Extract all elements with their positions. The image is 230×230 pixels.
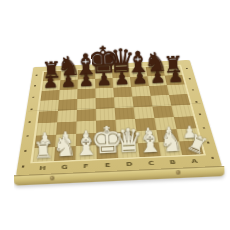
piece-wR: ♜ bbox=[26, 111, 57, 162]
rank-dot bbox=[185, 68, 188, 69]
piece-wR: ♜ bbox=[176, 105, 207, 156]
piece-wN: ♞ bbox=[48, 110, 79, 161]
rank-dot bbox=[188, 78, 191, 79]
piece-wK: ♚ bbox=[91, 108, 122, 159]
hinge-knob bbox=[50, 176, 55, 181]
rank-dot bbox=[195, 101, 198, 103]
rank-dot bbox=[34, 85, 37, 86]
hinge-knob bbox=[176, 170, 181, 175]
product-photo: HGFEDCBA ♜♞♝♚♛♝♞♜♟♟♟♟♟♟♟♟♟♟♟♟♟♟♟♟♜♞♝♚♛♝♞… bbox=[0, 0, 230, 230]
piece-wB: ♝ bbox=[133, 106, 164, 157]
rank-dot bbox=[35, 74, 37, 75]
piece-wN: ♞ bbox=[155, 106, 186, 157]
scene: HGFEDCBA ♜♞♝♚♛♝♞♜♟♟♟♟♟♟♟♟♟♟♟♟♟♟♟♟♜♞♝♚♛♝♞… bbox=[0, 0, 230, 230]
piece-wB: ♝ bbox=[69, 109, 100, 160]
camera-tilt: HGFEDCBA ♜♞♝♚♛♝♞♜♟♟♟♟♟♟♟♟♟♟♟♟♟♟♟♟♜♞♝♚♛♝♞… bbox=[0, 0, 230, 230]
rank-dot bbox=[30, 108, 33, 110]
piece-wQ: ♛ bbox=[112, 107, 143, 158]
chess-board: HGFEDCBA ♜♞♝♚♛♝♞♜♟♟♟♟♟♟♟♟♟♟♟♟♟♟♟♟♜♞♝♚♛♝♞… bbox=[16, 60, 222, 176]
rank-dot bbox=[191, 89, 194, 90]
